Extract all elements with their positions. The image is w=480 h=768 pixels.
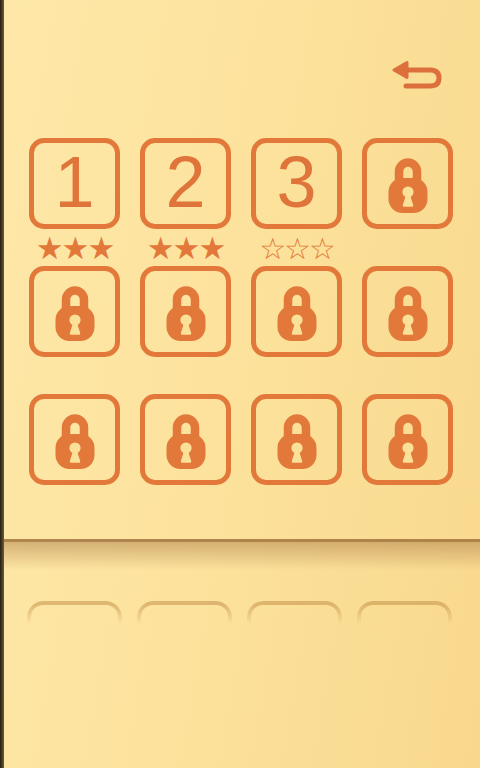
level-cell-6 [140, 266, 231, 394]
locked-level-tile-10[interactable] [140, 394, 231, 485]
tile-reflection [357, 601, 452, 625]
level-cell-2: 2★★★ [140, 138, 231, 266]
level-select-screen: { "game": "mobile puzzle game — level se… [0, 0, 480, 768]
undo-arrow-icon [389, 57, 447, 99]
back-button[interactable] [389, 57, 447, 99]
level-cell-5 [29, 266, 120, 394]
level-number: 2 [165, 146, 205, 218]
padlock-icon [273, 409, 321, 471]
level-cell-9 [29, 394, 120, 522]
padlock-icon [384, 409, 432, 471]
locked-level-tile-8[interactable] [362, 266, 453, 357]
level-cell-7 [251, 266, 342, 394]
level-cell-4 [362, 138, 453, 266]
tile-reflection [27, 601, 122, 625]
padlock-icon [51, 409, 99, 471]
level-grid: 1★★★2★★★3☆☆☆ [29, 138, 453, 522]
level-tile-3[interactable]: 3 [251, 138, 342, 229]
padlock-icon [51, 281, 99, 343]
level-cell-1: 1★★★ [29, 138, 120, 266]
locked-level-tile-5[interactable] [29, 266, 120, 357]
locked-level-tile-12[interactable] [362, 394, 453, 485]
locked-level-tile-6[interactable] [140, 266, 231, 357]
locked-level-tile-4[interactable] [362, 138, 453, 229]
level-tile-1[interactable]: 1 [29, 138, 120, 229]
level-2-stars: ★★★ [147, 229, 224, 266]
level-1-stars: ★★★ [36, 229, 113, 266]
padlock-icon [162, 281, 210, 343]
tile-reflection [137, 601, 232, 625]
level-3-stars: ☆☆☆ [259, 229, 334, 266]
panel-fold-shadow [0, 542, 480, 570]
level-number: 3 [276, 146, 316, 218]
level-number: 1 [54, 146, 94, 218]
padlock-icon [384, 281, 432, 343]
level-cell-11 [251, 394, 342, 522]
padlock-icon [384, 153, 432, 215]
level-cell-12 [362, 394, 453, 522]
tile-reflection [247, 601, 342, 625]
level-cell-8 [362, 266, 453, 394]
locked-level-tile-7[interactable] [251, 266, 342, 357]
padlock-icon [273, 281, 321, 343]
locked-level-tile-9[interactable] [29, 394, 120, 485]
screen-edge-strip [0, 0, 4, 768]
level-cell-3: 3☆☆☆ [251, 138, 342, 266]
level-tile-2[interactable]: 2 [140, 138, 231, 229]
level-cell-10 [140, 394, 231, 522]
padlock-icon [162, 409, 210, 471]
locked-level-tile-11[interactable] [251, 394, 342, 485]
